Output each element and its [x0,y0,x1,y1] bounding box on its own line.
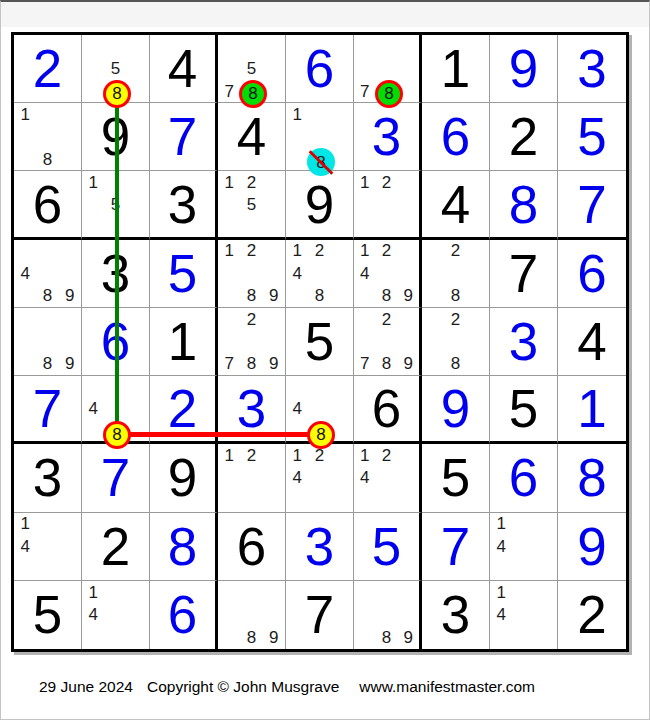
pencil-slot-1: 1 [286,103,308,125]
pencil-slot-6 [127,604,149,627]
cell-r2c5[interactable]: 1 [286,103,354,171]
cell-r7c8[interactable]: 6 [490,444,558,512]
solved-digit: 6 [82,308,149,375]
pencil-slot-1: 1 [218,240,240,262]
pencil-slot-3 [467,240,489,262]
pencil-slot-7 [286,284,308,306]
pencil-slot-8 [240,489,262,511]
pencil-slot-3 [263,581,285,604]
pencil-slot-5 [308,398,330,420]
pencil-slot-9 [127,80,149,102]
pencil-slot-6 [263,467,285,489]
cell-r2c8[interactable]: 2 [490,103,558,171]
pencil-slot-5 [36,535,58,557]
pencil-slot-3 [127,376,149,398]
cell-r4c1[interactable]: 489 [14,240,82,308]
pencil-marks: 2789 [218,308,285,375]
cell-r6c4[interactable]: 3 [218,376,286,444]
pencil-slot-2: 2 [376,240,398,262]
given-digit: 3 [422,581,489,649]
pencil-marks: 5 [82,35,149,102]
pencil-marks: 57 [218,35,285,102]
pencil-slot-9 [59,148,81,170]
pencil-slot-9: 9 [397,626,419,649]
cell-r8c5[interactable]: 3 [286,513,354,581]
pencil-marks: 14 [490,513,557,580]
pencil-slot-3 [397,171,419,193]
pencil-slot-7 [14,284,36,306]
pencil-slot-8: 8 [376,626,398,649]
pencil-slot-1: 1 [218,444,240,466]
solved-digit: 9 [422,376,489,441]
pencil-slot-4 [354,330,376,352]
cell-r1c8[interactable]: 9 [490,35,558,103]
pencil-slot-5 [376,262,398,284]
pencil-slot-7 [82,215,104,237]
cell-r8c1[interactable]: 14 [14,513,82,581]
cell-r9c3[interactable]: 6 [150,581,218,649]
given-digit: 1 [150,308,215,375]
cell-r1c3[interactable]: 4 [150,35,218,103]
cell-r2c2[interactable]: 9 [82,103,150,171]
given-digit: 6 [218,513,285,580]
cell-r2c7[interactable]: 6 [422,103,490,171]
given-digit: 3 [150,171,215,236]
cell-r2c1[interactable]: 18 [14,103,82,171]
pencil-slot-1: 1 [490,513,512,535]
pencil-slot-7 [82,626,104,649]
cell-r6c3[interactable]: 2 [150,376,218,444]
pencil-slot-4: 4 [286,398,308,420]
cell-r5c3[interactable]: 1 [150,308,218,376]
pencil-slot-1: 1 [354,171,376,193]
cell-r1c9[interactable]: 3 [558,35,626,103]
pencil-slot-2 [104,376,126,398]
pencil-slot-5 [376,330,398,352]
cell-r4c6[interactable]: 12489 [354,240,422,308]
pencil-slot-4 [82,193,104,215]
solved-digit: 7 [558,171,626,236]
pencil-slot-3 [397,581,419,604]
pencil-slot-2 [308,103,330,125]
pencil-slot-8 [308,148,330,170]
cell-r7c1[interactable]: 3 [14,444,82,512]
cell-r5c1[interactable]: 89 [14,308,82,376]
pencil-slot-2 [36,308,58,330]
pencil-slot-7 [354,489,376,511]
pencil-slot-9 [331,284,353,306]
pencil-slot-3 [397,444,419,466]
pencil-slot-1 [218,308,240,330]
cell-r6c7[interactable]: 9 [422,376,490,444]
cell-r9c2[interactable]: 14 [82,581,150,649]
pencil-slot-8 [308,420,330,442]
pencil-slot-5 [512,604,534,627]
pencil-slot-5: 5 [104,193,126,215]
pencil-slot-1 [354,308,376,330]
given-digit: 1 [422,35,489,102]
pencil-slot-3 [263,240,285,262]
pencil-slot-4: 4 [14,535,36,557]
pencil-slot-4: 4 [354,262,376,284]
cell-r5c9[interactable]: 4 [558,308,626,376]
cell-r1c6[interactable]: 7 [354,35,422,103]
pencil-slot-2: 2 [308,240,330,262]
pencil-slot-8: 8 [36,148,58,170]
cell-r1c5[interactable]: 6 [286,35,354,103]
pencil-slot-8 [104,215,126,237]
solved-digit: 9 [490,35,557,102]
solved-digit: 5 [558,103,626,170]
pencil-slot-8: 8 [240,353,262,375]
pencil-slot-1 [422,240,444,262]
pencil-slot-5 [240,262,262,284]
pencil-slot-4 [218,262,240,284]
solved-digit: 7 [422,513,489,580]
pencil-slot-7 [490,557,512,579]
given-digit: 4 [558,308,626,375]
pencil-slot-9 [397,489,419,511]
pencil-slot-5: 5 [240,57,262,79]
cell-r6c1[interactable]: 7 [14,376,82,444]
given-digit: 3 [14,444,81,511]
solved-digit: 7 [82,444,149,511]
pencil-slot-1: 1 [354,444,376,466]
pencil-slot-1: 1 [286,240,308,262]
cell-r8c3[interactable]: 8 [150,513,218,581]
pencil-slot-8 [240,80,262,102]
pencil-slot-5 [512,535,534,557]
pencil-slot-6 [467,262,489,284]
pencil-slot-2 [36,103,58,125]
cell-r1c4[interactable]: 57 [218,35,286,103]
cell-r4c7[interactable]: 28 [422,240,490,308]
pencil-slot-6 [397,467,419,489]
solved-digit: 6 [422,103,489,170]
cell-r7c5[interactable]: 124 [286,444,354,512]
pencil-slot-2: 2 [376,444,398,466]
cell-r3c4[interactable]: 125 [218,171,286,239]
pencil-slot-2 [376,581,398,604]
pencil-slot-1 [286,376,308,398]
pencil-slot-3 [263,35,285,57]
pencil-slot-1 [218,581,240,604]
cell-r7c7[interactable]: 5 [422,444,490,512]
cell-r7c6[interactable]: 124 [354,444,422,512]
pencil-slot-9 [397,215,419,237]
pencil-slot-6 [263,330,285,352]
pencil-marks: 12 [218,444,285,511]
pencil-slot-9 [397,80,419,102]
solved-digit: 3 [354,103,419,170]
pencil-slot-9: 9 [263,626,285,649]
given-digit: 5 [422,444,489,511]
pencil-slot-5 [240,330,262,352]
pencil-slot-8: 8 [240,626,262,649]
pencil-slot-9: 9 [263,353,285,375]
pencil-slot-7 [82,80,104,102]
cell-r5c8[interactable]: 3 [490,308,558,376]
pencil-slot-1 [422,308,444,330]
cell-r6c2[interactable]: 4 [82,376,150,444]
pencil-slot-4: 4 [82,398,104,420]
cell-r4c2[interactable]: 3 [82,240,150,308]
pencil-slot-9 [263,489,285,511]
pencil-slot-6 [331,262,353,284]
footer: 29 June 2024Copyright © John Musgravewww… [39,678,535,696]
cell-r6c8[interactable]: 5 [490,376,558,444]
cell-r9c8[interactable]: 14 [490,581,558,649]
given-digit: 2 [490,103,557,170]
solved-digit: 8 [558,444,626,511]
pencil-slot-8: 8 [376,353,398,375]
solved-digit: 6 [490,444,557,511]
pencil-slot-8 [512,557,534,579]
pencil-slot-1 [218,35,240,57]
cell-r2c4[interactable]: 4 [218,103,286,171]
pencil-slot-2 [308,376,330,398]
cell-r3c6[interactable]: 12 [354,171,422,239]
pencil-slot-9 [127,420,149,442]
cell-r2c6[interactable]: 3 [354,103,422,171]
cell-r7c2[interactable]: 7 [82,444,150,512]
cell-r3c7[interactable]: 4 [422,171,490,239]
pencil-marks: 489 [14,240,81,307]
pencil-marks: 1 [286,103,353,170]
given-digit: 5 [14,581,81,649]
cell-r2c3[interactable]: 7 [150,103,218,171]
cell-r8c2[interactable]: 2 [82,513,150,581]
given-digit: 7 [286,581,353,649]
pencil-marks: 124 [354,444,419,511]
pencil-slot-2 [36,240,58,262]
pencil-slot-6 [263,57,285,79]
pencil-slot-7 [14,148,36,170]
solved-digit: 5 [150,240,215,307]
given-digit: 4 [218,103,285,170]
cell-r3c5[interactable]: 9 [286,171,354,239]
pencil-slot-1: 1 [490,581,512,604]
pencil-slot-1 [14,240,36,262]
cell-r2c9[interactable]: 5 [558,103,626,171]
pencil-marks: 12489 [354,240,419,307]
pencil-slot-2 [240,35,262,57]
cell-r5c7[interactable]: 28 [422,308,490,376]
pencil-slot-8 [36,557,58,579]
pencil-slot-8: 8 [36,284,58,306]
pencil-slot-7 [218,626,240,649]
pencil-slot-2: 2 [376,308,398,330]
pencil-slot-3 [59,240,81,262]
given-digit: 4 [422,171,489,236]
pencil-slot-8 [104,420,126,442]
pencil-slot-7 [218,215,240,237]
cell-r8c9[interactable]: 9 [558,513,626,581]
given-digit: 3 [82,240,149,307]
pencil-slot-4: 4 [286,262,308,284]
pencil-slot-4 [218,330,240,352]
solved-digit: 6 [286,35,353,102]
pencil-slot-9 [535,557,557,579]
cell-r9c5[interactable]: 7 [286,581,354,649]
pencil-slot-2 [240,581,262,604]
cell-r4c4[interactable]: 1289 [218,240,286,308]
given-digit: 4 [150,35,215,102]
pencil-slot-7 [286,420,308,442]
pencil-slot-3 [397,35,419,57]
pencil-slot-1: 1 [286,444,308,466]
cell-r1c2[interactable]: 5 [82,35,150,103]
pencil-slot-4 [218,604,240,627]
pencil-slot-5 [240,604,262,627]
cell-r4c5[interactable]: 1248 [286,240,354,308]
pencil-slot-2: 2 [444,240,466,262]
pencil-slot-3 [397,308,419,330]
cell-r7c4[interactable]: 12 [218,444,286,512]
window-top-strip [1,2,649,27]
pencil-slot-2 [104,171,126,193]
pencil-slot-2: 2 [308,444,330,466]
pencil-marks: 1248 [286,240,353,307]
cell-r5c5[interactable]: 5 [286,308,354,376]
cell-r5c2[interactable]: 6 [82,308,150,376]
sudoku-app: 2545767193189741362561531259124874893512… [0,0,650,720]
cell-r8c8[interactable]: 14 [490,513,558,581]
pencil-slot-5 [104,398,126,420]
cell-r3c3[interactable]: 3 [150,171,218,239]
pencil-slot-5 [376,193,398,215]
pencil-slot-1: 1 [354,240,376,262]
cell-r4c9[interactable]: 6 [558,240,626,308]
pencil-slot-6 [263,193,285,215]
pencil-slot-3 [127,35,149,57]
cell-r5c6[interactable]: 2789 [354,308,422,376]
pencil-slot-1 [354,581,376,604]
pencil-slot-6 [59,262,81,284]
pencil-marks: 4 [286,376,353,441]
solved-digit: 3 [490,308,557,375]
sudoku-board: 2545767193189741362561531259124874893512… [11,32,629,652]
cell-r4c3[interactable]: 5 [150,240,218,308]
cell-r4c8[interactable]: 7 [490,240,558,308]
given-digit: 6 [354,376,419,441]
pencil-slot-2: 2 [240,444,262,466]
pencil-slot-9 [127,626,149,649]
pencil-slot-6 [535,535,557,557]
cell-r5c4[interactable]: 2789 [218,308,286,376]
solved-digit: 8 [490,171,557,236]
pencil-slot-8 [376,215,398,237]
pencil-slot-6 [397,330,419,352]
pencil-slot-9: 9 [397,284,419,306]
pencil-slot-1 [82,376,104,398]
given-digit: 5 [286,308,353,375]
cell-r7c9[interactable]: 8 [558,444,626,512]
pencil-slot-3 [331,240,353,262]
pencil-slot-6 [263,262,285,284]
pencil-slot-6 [535,604,557,627]
pencil-slot-5 [36,126,58,148]
pencil-slot-1: 1 [218,171,240,193]
footer-website: www.manifestmaster.com [359,678,535,695]
cell-r1c1[interactable]: 2 [14,35,82,103]
cell-r8c7[interactable]: 7 [422,513,490,581]
cell-r1c7[interactable]: 1 [422,35,490,103]
cell-r9c4[interactable]: 89 [218,581,286,649]
cell-r3c9[interactable]: 7 [558,171,626,239]
pencil-slot-9 [263,215,285,237]
solved-digit: 9 [558,513,626,580]
pencil-slot-8: 8 [240,284,262,306]
footer-copyright: Copyright © John Musgrave [147,678,339,695]
cell-r3c1[interactable]: 6 [14,171,82,239]
cell-r9c7[interactable]: 3 [422,581,490,649]
solved-digit: 8 [150,513,215,580]
pencil-marks: 2789 [354,308,419,375]
pencil-slot-8 [376,80,398,102]
pencil-slot-6 [397,57,419,79]
cell-r9c1[interactable]: 5 [14,581,82,649]
cell-r6c5[interactable]: 4 [286,376,354,444]
pencil-slot-3 [127,581,149,604]
pencil-marks: 18 [14,103,81,170]
pencil-slot-1 [14,308,36,330]
pencil-slot-7: 7 [218,80,240,102]
cell-r8c6[interactable]: 5 [354,513,422,581]
pencil-slot-7: 7 [354,80,376,102]
cell-r6c6[interactable]: 6 [354,376,422,444]
pencil-slot-7 [354,626,376,649]
pencil-slot-8: 8 [36,353,58,375]
given-digit: 2 [82,513,149,580]
pencil-slot-3 [535,581,557,604]
cell-r8c4[interactable]: 6 [218,513,286,581]
cell-r6c9[interactable]: 1 [558,376,626,444]
pencil-marks: 124 [286,444,353,511]
pencil-slot-4 [14,330,36,352]
given-digit: 5 [490,376,557,441]
pencil-slot-5 [104,604,126,627]
pencil-slot-2 [512,581,534,604]
pencil-slot-7 [286,489,308,511]
pencil-slot-2 [104,35,126,57]
pencil-slot-1: 1 [82,581,104,604]
solved-digit: 3 [286,513,353,580]
pencil-slot-8 [104,80,126,102]
solved-digit: 6 [558,240,626,307]
solved-digit: 2 [14,35,81,102]
pencil-slot-4 [218,57,240,79]
pencil-slot-5: 5 [240,193,262,215]
cell-r3c2[interactable]: 15 [82,171,150,239]
pencil-marks: 89 [218,581,285,649]
pencil-slot-6 [59,330,81,352]
cell-r7c3[interactable]: 9 [150,444,218,512]
pencil-slot-8 [376,489,398,511]
pencil-slot-6 [331,398,353,420]
solved-digit: 7 [14,376,81,441]
cell-r3c8[interactable]: 8 [490,171,558,239]
pencil-slot-7 [490,626,512,649]
pencil-slot-1 [82,35,104,57]
pencil-marks: 12 [354,171,419,236]
cell-r9c9[interactable]: 2 [558,581,626,649]
pencil-slot-6 [397,193,419,215]
cell-r9c6[interactable]: 89 [354,581,422,649]
pencil-slot-3 [535,513,557,535]
pencil-slot-1 [354,35,376,57]
pencil-slot-8: 8 [444,284,466,306]
